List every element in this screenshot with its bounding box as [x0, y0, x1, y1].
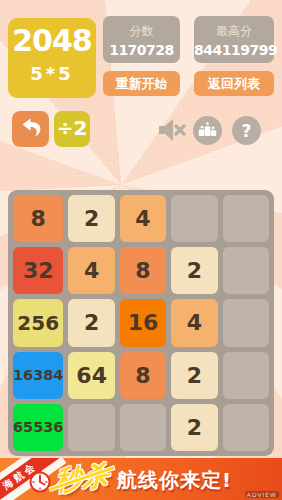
score-label: 分数 [103, 23, 180, 40]
leaderboard-button[interactable] [193, 116, 222, 145]
game-screen: 2048 5*5 分数 1170728 最高分 844119799 重新开始 返… [0, 0, 282, 500]
podium-icon [197, 119, 218, 142]
tile-4: 4 [120, 195, 166, 242]
tile-2: 2 [68, 195, 114, 242]
restart-button[interactable]: 重新开始 [103, 71, 180, 96]
undo-button[interactable] [12, 111, 49, 147]
empty-cell [223, 247, 269, 294]
logo-variant: 5*5 [8, 61, 96, 87]
tile-4: 4 [171, 299, 217, 346]
ad-watermark: ADVIEW [245, 491, 279, 498]
board-grid[interactable]: 824324822562164163846482655362 [8, 190, 274, 456]
empty-cell [120, 404, 166, 451]
empty-cell [171, 195, 217, 242]
tile-16384: 16384 [13, 352, 63, 399]
score-value: 1170728 [103, 42, 180, 58]
undo-arrow-icon [18, 115, 44, 143]
empty-cell [223, 404, 269, 451]
back-to-list-button[interactable]: 返回列表 [194, 71, 274, 96]
sound-muted-icon[interactable] [157, 116, 188, 144]
tile-2: 2 [171, 352, 217, 399]
tile-2: 2 [68, 299, 114, 346]
empty-cell [223, 352, 269, 399]
ad-banner[interactable]: 海航会 秒杀 航线你来定! ADVIEW [0, 458, 282, 500]
tile-8: 8 [120, 247, 166, 294]
score-box: 分数 1170728 [103, 16, 180, 63]
ad-headline: 航线你来定! [117, 467, 232, 494]
question-mark-icon: ? [242, 121, 252, 141]
tile-65536: 65536 [13, 404, 63, 451]
logo-title: 2048 [8, 21, 96, 61]
tile-8: 8 [13, 195, 63, 242]
tile-4: 4 [68, 247, 114, 294]
tile-8: 8 [120, 352, 166, 399]
divide-by-2-button[interactable]: ÷2 [54, 111, 90, 147]
game-logo: 2048 5*5 [8, 18, 96, 98]
best-score-box: 最高分 844119799 [194, 16, 274, 63]
best-score-value: 844119799 [194, 42, 274, 58]
tile-32: 32 [13, 247, 63, 294]
tile-16: 16 [120, 299, 166, 346]
best-score-label: 最高分 [194, 23, 274, 40]
tile-2: 2 [171, 404, 217, 451]
empty-cell [223, 299, 269, 346]
ad-promo-text: 秒杀 [55, 458, 110, 499]
stopwatch-icon [28, 469, 52, 497]
tile-256: 256 [13, 299, 63, 346]
help-button[interactable]: ? [232, 116, 261, 145]
empty-cell [223, 195, 269, 242]
tile-2: 2 [171, 247, 217, 294]
empty-cell [68, 404, 114, 451]
tile-64: 64 [68, 352, 114, 399]
